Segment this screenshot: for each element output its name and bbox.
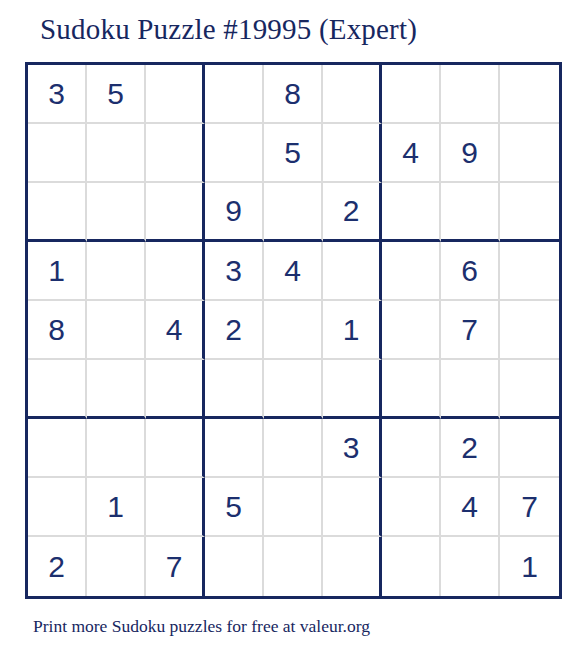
cell-r9c6 <box>323 537 382 596</box>
cell-r9c5 <box>264 537 323 596</box>
cell-r8c8: 4 <box>441 478 500 537</box>
cell-r9c9: 1 <box>500 537 559 596</box>
cell-r1c8 <box>441 65 500 124</box>
cell-r4c4: 3 <box>205 242 264 301</box>
cell-r2c8: 9 <box>441 124 500 183</box>
cell-r1c4 <box>205 65 264 124</box>
cell-r7c2 <box>87 419 146 478</box>
cell-r4c9 <box>500 242 559 301</box>
cell-r2c6 <box>323 124 382 183</box>
cell-r1c9 <box>500 65 559 124</box>
cell-r9c4 <box>205 537 264 596</box>
cell-r6c1 <box>28 360 87 419</box>
cell-r7c3 <box>146 419 205 478</box>
cell-r4c5: 4 <box>264 242 323 301</box>
cell-r1c7 <box>382 65 441 124</box>
cell-r4c8: 6 <box>441 242 500 301</box>
cell-r3c8 <box>441 183 500 242</box>
cell-r9c7 <box>382 537 441 596</box>
cell-r7c9 <box>500 419 559 478</box>
cell-r6c3 <box>146 360 205 419</box>
cell-r9c3: 7 <box>146 537 205 596</box>
cell-r2c2 <box>87 124 146 183</box>
cell-r2c9 <box>500 124 559 183</box>
cell-r6c7 <box>382 360 441 419</box>
cell-r2c7: 4 <box>382 124 441 183</box>
cell-r7c5 <box>264 419 323 478</box>
cell-r3c6: 2 <box>323 183 382 242</box>
cell-r7c1 <box>28 419 87 478</box>
cell-r5c2 <box>87 301 146 360</box>
cell-r4c1: 1 <box>28 242 87 301</box>
cell-r9c2 <box>87 537 146 596</box>
cell-r8c3 <box>146 478 205 537</box>
cell-r5c3: 4 <box>146 301 205 360</box>
cell-r6c9 <box>500 360 559 419</box>
cell-r5c6: 1 <box>323 301 382 360</box>
cell-r4c6 <box>323 242 382 301</box>
cell-r6c6 <box>323 360 382 419</box>
cell-r1c3 <box>146 65 205 124</box>
cell-r1c6 <box>323 65 382 124</box>
cell-r3c9 <box>500 183 559 242</box>
cell-r3c5 <box>264 183 323 242</box>
cell-r6c4 <box>205 360 264 419</box>
cell-r2c3 <box>146 124 205 183</box>
cell-r1c2: 5 <box>87 65 146 124</box>
cell-r2c1 <box>28 124 87 183</box>
cell-r9c8 <box>441 537 500 596</box>
cell-r5c8: 7 <box>441 301 500 360</box>
cell-r3c4: 9 <box>205 183 264 242</box>
cell-r8c2: 1 <box>87 478 146 537</box>
cell-r9c1: 2 <box>28 537 87 596</box>
cell-r4c3 <box>146 242 205 301</box>
cell-r8c1 <box>28 478 87 537</box>
cell-r7c8: 2 <box>441 419 500 478</box>
cell-r3c1 <box>28 183 87 242</box>
cell-r5c4: 2 <box>205 301 264 360</box>
cell-r6c2 <box>87 360 146 419</box>
footer-text: Print more Sudoku puzzles for free at va… <box>33 616 370 637</box>
cell-r5c5 <box>264 301 323 360</box>
cell-r4c2 <box>87 242 146 301</box>
cell-r6c5 <box>264 360 323 419</box>
cell-r6c8 <box>441 360 500 419</box>
cell-r8c4: 5 <box>205 478 264 537</box>
cell-r7c6: 3 <box>323 419 382 478</box>
cell-r5c1: 8 <box>28 301 87 360</box>
cell-r8c7 <box>382 478 441 537</box>
cell-r2c5: 5 <box>264 124 323 183</box>
cell-r8c9: 7 <box>500 478 559 537</box>
cell-r3c2 <box>87 183 146 242</box>
cell-r2c4 <box>205 124 264 183</box>
cell-r7c7 <box>382 419 441 478</box>
cell-r3c3 <box>146 183 205 242</box>
cell-r8c5 <box>264 478 323 537</box>
cell-r3c7 <box>382 183 441 242</box>
cell-r7c4 <box>205 419 264 478</box>
cell-r4c7 <box>382 242 441 301</box>
cell-r5c9 <box>500 301 559 360</box>
page-title: Sudoku Puzzle #19995 (Expert) <box>40 13 417 46</box>
cell-r1c5: 8 <box>264 65 323 124</box>
cell-r1c1: 3 <box>28 65 87 124</box>
sudoku-board: 35854992134684217321547271 <box>25 62 562 599</box>
cell-r8c6 <box>323 478 382 537</box>
cell-r5c7 <box>382 301 441 360</box>
